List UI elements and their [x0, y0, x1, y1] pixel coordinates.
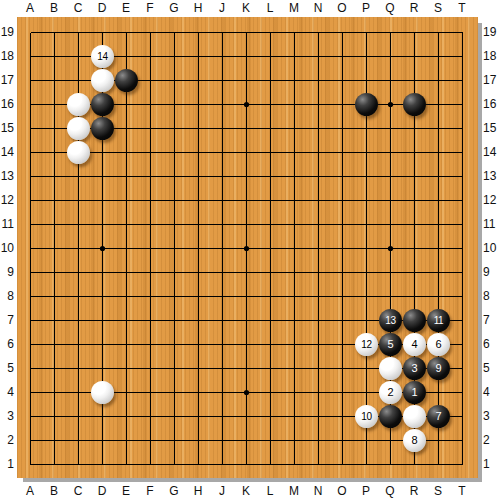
stone-white-R2[interactable]: 8	[403, 429, 426, 452]
stone-black-S5[interactable]: 9	[427, 357, 450, 380]
stone-black-Q6[interactable]: 5	[379, 333, 402, 356]
row-label-left-17: 17	[0, 68, 14, 92]
col-label-top-S: S	[426, 0, 450, 16]
stone-black-Q7[interactable]: 13	[379, 309, 402, 332]
col-label-top-C: C	[66, 0, 90, 16]
stone-white-P3[interactable]: 10	[355, 405, 378, 428]
col-label-top-L: L	[258, 0, 282, 16]
go-board-diagram: 1413111254639211078 AABBCCDDEEFFGGHHJJKK…	[0, 0, 500, 500]
row-label-right-8: 8	[483, 284, 499, 308]
stone-white-S6[interactable]: 6	[427, 333, 450, 356]
col-label-bottom-G: G	[162, 483, 186, 499]
col-label-bottom-R: R	[402, 483, 426, 499]
star-point-K4	[244, 390, 249, 395]
col-label-top-N: N	[306, 0, 330, 16]
stone-black-R7[interactable]	[403, 309, 426, 332]
row-label-right-15: 15	[483, 116, 499, 140]
col-label-top-J: J	[210, 0, 234, 16]
col-label-bottom-H: H	[186, 483, 210, 499]
stone-white-D4[interactable]	[91, 381, 114, 404]
row-label-right-12: 12	[483, 188, 499, 212]
row-label-left-10: 10	[0, 236, 14, 260]
stone-black-Q3[interactable]	[379, 405, 402, 428]
col-label-top-Q: Q	[378, 0, 402, 16]
move-number: 3	[411, 363, 417, 374]
move-number: 14	[97, 51, 107, 62]
stone-black-E17[interactable]	[115, 69, 138, 92]
row-label-right-18: 18	[483, 44, 499, 68]
row-label-right-13: 13	[483, 164, 499, 188]
move-number: 11	[434, 315, 444, 326]
row-label-left-8: 8	[0, 284, 14, 308]
stone-black-R16[interactable]	[403, 93, 426, 116]
move-number: 10	[361, 411, 371, 422]
col-label-bottom-E: E	[114, 483, 138, 499]
stone-white-R6[interactable]: 4	[403, 333, 426, 356]
stone-white-C16[interactable]	[67, 93, 90, 116]
col-label-top-B: B	[42, 0, 66, 16]
col-label-bottom-M: M	[282, 483, 306, 499]
stone-black-S7[interactable]: 11	[427, 309, 450, 332]
stone-black-R5[interactable]: 3	[403, 357, 426, 380]
move-number: 7	[435, 411, 441, 422]
move-number: 8	[411, 435, 417, 446]
stone-white-D18[interactable]: 14	[91, 45, 114, 68]
row-label-right-4: 4	[483, 380, 499, 404]
move-number: 4	[411, 339, 417, 350]
row-label-right-7: 7	[483, 308, 499, 332]
row-label-right-3: 3	[483, 404, 499, 428]
star-point-Q10	[388, 246, 393, 251]
col-label-bottom-F: F	[138, 483, 162, 499]
row-label-right-19: 19	[483, 20, 499, 44]
col-label-top-F: F	[138, 0, 162, 16]
row-label-left-5: 5	[0, 356, 14, 380]
star-point-D10	[100, 246, 105, 251]
col-label-bottom-J: J	[210, 483, 234, 499]
stone-white-R3[interactable]	[403, 405, 426, 428]
col-label-top-H: H	[186, 0, 210, 16]
stone-white-Q4[interactable]: 2	[379, 381, 402, 404]
stone-black-D15[interactable]	[91, 117, 114, 140]
row-label-left-4: 4	[0, 380, 14, 404]
col-label-bottom-N: N	[306, 483, 330, 499]
row-label-left-3: 3	[0, 404, 14, 428]
row-label-left-11: 11	[0, 212, 14, 236]
stone-black-D16[interactable]	[91, 93, 114, 116]
stone-black-S3[interactable]: 7	[427, 405, 450, 428]
row-label-right-17: 17	[483, 68, 499, 92]
col-label-top-O: O	[330, 0, 354, 16]
row-label-left-6: 6	[0, 332, 14, 356]
col-label-top-R: R	[402, 0, 426, 16]
row-label-left-13: 13	[0, 164, 14, 188]
col-label-top-P: P	[354, 0, 378, 16]
row-label-right-9: 9	[483, 260, 499, 284]
move-number: 2	[387, 387, 393, 398]
col-label-bottom-C: C	[66, 483, 90, 499]
row-label-left-2: 2	[0, 428, 14, 452]
move-number: 6	[435, 339, 441, 350]
col-label-bottom-B: B	[42, 483, 66, 499]
col-label-bottom-S: S	[426, 483, 450, 499]
move-number: 9	[435, 363, 441, 374]
stone-white-C14[interactable]	[67, 141, 90, 164]
board-wood[interactable]: 1413111254639211078	[17, 17, 478, 478]
col-label-top-K: K	[234, 0, 258, 16]
row-label-left-18: 18	[0, 44, 14, 68]
row-label-right-10: 10	[483, 236, 499, 260]
col-label-top-D: D	[90, 0, 114, 16]
star-point-Q16	[388, 102, 393, 107]
stone-white-C15[interactable]	[67, 117, 90, 140]
row-label-left-16: 16	[0, 92, 14, 116]
col-label-bottom-K: K	[234, 483, 258, 499]
col-label-top-M: M	[282, 0, 306, 16]
stone-black-P16[interactable]	[355, 93, 378, 116]
col-label-bottom-O: O	[330, 483, 354, 499]
col-label-top-E: E	[114, 0, 138, 16]
col-label-top-A: A	[18, 0, 42, 16]
col-label-bottom-T: T	[450, 483, 474, 499]
col-label-top-T: T	[450, 0, 474, 16]
row-label-right-5: 5	[483, 356, 499, 380]
row-label-left-7: 7	[0, 308, 14, 332]
row-label-right-14: 14	[483, 140, 499, 164]
row-label-left-15: 15	[0, 116, 14, 140]
col-label-bottom-L: L	[258, 483, 282, 499]
row-label-left-9: 9	[0, 260, 14, 284]
row-label-left-14: 14	[0, 140, 14, 164]
row-label-left-12: 12	[0, 188, 14, 212]
stone-white-Q5[interactable]	[379, 357, 402, 380]
col-label-bottom-D: D	[90, 483, 114, 499]
star-point-K16	[244, 102, 249, 107]
stone-black-R4[interactable]: 1	[403, 381, 426, 404]
move-number: 13	[385, 315, 395, 326]
col-label-bottom-A: A	[18, 483, 42, 499]
stone-white-P6[interactable]: 12	[355, 333, 378, 356]
col-label-bottom-P: P	[354, 483, 378, 499]
row-label-right-6: 6	[483, 332, 499, 356]
col-label-top-G: G	[162, 0, 186, 16]
row-label-right-2: 2	[483, 428, 499, 452]
row-label-right-11: 11	[483, 212, 499, 236]
row-label-right-16: 16	[483, 92, 499, 116]
move-number: 12	[361, 339, 371, 350]
move-number: 5	[387, 339, 393, 350]
stone-white-D17[interactable]	[91, 69, 114, 92]
row-label-left-19: 19	[0, 20, 14, 44]
star-point-K10	[244, 246, 249, 251]
row-label-right-1: 1	[483, 452, 499, 476]
move-number: 1	[411, 387, 417, 398]
row-label-left-1: 1	[0, 452, 14, 476]
col-label-bottom-Q: Q	[378, 483, 402, 499]
